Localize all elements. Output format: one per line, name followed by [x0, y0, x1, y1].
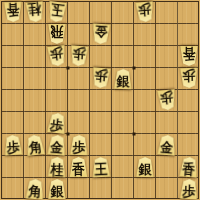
board-cell-8b[interactable] — [24, 24, 46, 46]
board-cell-2i[interactable] — [156, 178, 178, 200]
board-cell-6b[interactable] — [68, 24, 90, 46]
shogi-piece-gote-pawn[interactable]: 歩 — [68, 45, 90, 68]
board-cell-4g[interactable] — [112, 134, 134, 156]
piece-kanji: 歩 — [72, 139, 86, 155]
board-cell-2f[interactable] — [156, 112, 178, 134]
piece-kanji: 角 — [27, 139, 42, 156]
board-cell-1g[interactable] — [178, 134, 200, 156]
piece-tile: 角 — [24, 134, 45, 156]
piece-kanji: 香 — [182, 46, 195, 62]
piece-kanji: 歩 — [159, 89, 174, 106]
shogi-piece-gote-rook[interactable]: 飛 — [47, 24, 67, 45]
piece-kanji: 玉 — [49, 1, 64, 18]
shogi-piece-sente-gold[interactable]: 金 — [156, 133, 178, 156]
board-cell-3e[interactable] — [134, 90, 156, 112]
board-cell-9e[interactable] — [2, 90, 24, 112]
board-cell-1f[interactable] — [178, 112, 200, 134]
shogi-piece-sente-knight[interactable]: 桂 — [46, 155, 67, 177]
piece-tile: 銀 — [47, 179, 66, 199]
shogi-piece-sente-silver[interactable]: 銀 — [112, 68, 133, 90]
piece-kanji: 飛 — [50, 24, 63, 40]
board-cell-5i[interactable] — [90, 178, 112, 200]
shogi-piece-gote-pawn[interactable]: 歩 — [178, 68, 199, 90]
board-cell-9f[interactable] — [2, 112, 24, 134]
board-cell-8f[interactable] — [24, 112, 46, 134]
piece-tile: 歩 — [69, 135, 89, 156]
board-cell-9i[interactable] — [2, 178, 24, 200]
board-cell-7e[interactable] — [46, 90, 68, 112]
board-cell-2b[interactable] — [156, 24, 178, 46]
board-cell-2c[interactable] — [156, 46, 178, 68]
board-cell-8e[interactable] — [24, 90, 46, 112]
shogi-piece-sente-bishop[interactable]: 角 — [23, 133, 45, 156]
shogi-piece-gote-pawn[interactable]: 歩 — [45, 45, 67, 68]
piece-tile: 歩 — [134, 1, 155, 23]
piece-tile: 歩 — [156, 89, 177, 111]
piece-kanji: 金 — [159, 139, 173, 156]
shogi-piece-gote-lance[interactable]: 香 — [2, 2, 23, 24]
piece-tile: 歩 — [90, 67, 111, 89]
shogi-piece-gote-king[interactable]: 玉 — [45, 1, 67, 24]
piece-tile: 歩 — [46, 112, 67, 134]
board-cell-5e[interactable] — [90, 90, 112, 112]
board-cell-4b[interactable] — [112, 24, 134, 46]
star-point — [133, 133, 136, 136]
piece-kanji: 桂 — [27, 1, 41, 18]
piece-kanji: 角 — [27, 183, 41, 200]
piece-tile: 桂 — [46, 157, 66, 178]
piece-tile: 金 — [90, 23, 110, 44]
board-cell-7d[interactable] — [46, 68, 68, 90]
piece-tile: 玉 — [46, 1, 67, 23]
board-cell-3c[interactable] — [134, 46, 156, 68]
board-cell-6d[interactable] — [68, 68, 90, 90]
board-cell-9h[interactable] — [2, 156, 24, 178]
piece-kanji: 歩 — [49, 45, 64, 62]
shogi-piece-gote-gold[interactable]: 金 — [90, 23, 111, 45]
piece-kanji: 桂 — [49, 161, 63, 177]
piece-kanji: 金 — [94, 23, 108, 40]
board-cell-5f[interactable] — [90, 112, 112, 134]
board-cell-3d[interactable] — [134, 68, 156, 90]
shogi-piece-sente-silver[interactable]: 銀 — [46, 178, 66, 199]
board-cell-3f[interactable] — [134, 112, 156, 134]
piece-tile: 歩 — [68, 45, 89, 67]
piece-tile: 金 — [156, 134, 177, 156]
shogi-piece-sente-bishop[interactable]: 角 — [24, 177, 45, 199]
piece-kanji: 歩 — [72, 45, 86, 62]
board-cell-1b[interactable] — [178, 24, 200, 46]
board-cell-4f[interactable] — [112, 112, 134, 134]
piece-kanji: 歩 — [181, 183, 195, 199]
board-cell-4h[interactable] — [112, 156, 134, 178]
piece-kanji: 銀 — [50, 184, 63, 200]
board-cell-6e[interactable] — [68, 90, 90, 112]
board-cell-9b[interactable] — [2, 24, 24, 46]
board-cell-3b[interactable] — [134, 24, 156, 46]
board-cell-3g[interactable] — [134, 134, 156, 156]
piece-kanji: 香 — [6, 1, 20, 17]
piece-kanji: 歩 — [94, 67, 108, 84]
piece-tile: 飛 — [47, 24, 66, 44]
board-cell-6f[interactable] — [68, 112, 90, 134]
shogi-piece-sente-king[interactable]: 王 — [90, 155, 111, 177]
board-cell-1a[interactable] — [178, 2, 200, 24]
board-cell-8d[interactable] — [24, 68, 46, 90]
board-cell-4e[interactable] — [112, 90, 134, 112]
shogi-piece-sente-silver[interactable]: 銀 — [134, 156, 154, 177]
board-cell-6a[interactable] — [68, 2, 90, 24]
piece-tile: 銀 — [113, 69, 133, 90]
piece-tile: 歩 — [46, 45, 67, 67]
board-cell-4c[interactable] — [112, 46, 134, 68]
board-cell-8c[interactable] — [24, 46, 46, 68]
piece-kanji: 銀 — [116, 73, 130, 89]
piece-kanji: 歩 — [137, 1, 151, 18]
board-cell-5c[interactable] — [90, 46, 112, 68]
piece-tile: 桂 — [24, 1, 45, 23]
piece-kanji: 香 — [72, 162, 85, 178]
star-point — [67, 67, 70, 70]
board-cell-9d[interactable] — [2, 68, 24, 90]
shogi-piece-sente-pawn[interactable]: 歩 — [2, 133, 23, 155]
piece-tile: 銀 — [135, 157, 154, 177]
shogi-board: 香桂玉歩飛金歩歩香歩銀歩歩歩歩角金歩金桂香王銀香角銀歩 — [1, 1, 199, 199]
board-cell-1e[interactable] — [178, 90, 200, 112]
board-cell-8h[interactable] — [24, 156, 46, 178]
piece-tile: 角 — [24, 178, 44, 199]
board-cell-2a[interactable] — [156, 2, 178, 24]
piece-tile: 香 — [178, 156, 199, 178]
piece-tile: 歩 — [2, 134, 22, 155]
board-cell-5a[interactable] — [90, 2, 112, 24]
piece-tile: 香 — [3, 2, 23, 23]
shogi-piece-sente-pawn[interactable]: 歩 — [68, 134, 89, 156]
shogi-piece-gote-pawn[interactable]: 歩 — [155, 89, 177, 112]
piece-tile: 王 — [91, 157, 111, 178]
piece-tile: 香 — [179, 46, 198, 66]
piece-kanji: 歩 — [49, 117, 64, 134]
board-cell-4a[interactable] — [112, 2, 134, 24]
shogi-piece-gote-knight[interactable]: 桂 — [24, 1, 46, 24]
shogi-piece-sente-lance[interactable]: 香 — [69, 156, 89, 177]
board-cell-4i[interactable] — [112, 178, 134, 200]
board-cell-2h[interactable] — [156, 156, 178, 178]
shogi-piece-sente-lance[interactable]: 香 — [178, 155, 200, 178]
piece-kanji: 王 — [94, 161, 108, 177]
board-cell-3i[interactable] — [134, 178, 156, 200]
shogi-piece-gote-pawn[interactable]: 歩 — [134, 1, 156, 24]
piece-kanji: 歩 — [182, 67, 196, 83]
piece-tile: 香 — [69, 157, 88, 177]
board-cell-2d[interactable] — [156, 68, 178, 90]
piece-kanji: 香 — [181, 161, 195, 178]
shogi-piece-sente-pawn[interactable]: 歩 — [45, 111, 67, 134]
piece-tile: 金 — [46, 134, 67, 156]
board-cell-9c[interactable] — [2, 46, 24, 68]
shogi-piece-sente-pawn[interactable]: 歩 — [178, 177, 199, 199]
piece-kanji: 歩 — [6, 139, 20, 156]
piece-tile: 歩 — [179, 68, 199, 89]
piece-tile: 歩 — [178, 179, 198, 200]
shogi-piece-gote-pawn[interactable]: 歩 — [90, 67, 112, 90]
board-cell-5g[interactable] — [90, 134, 112, 156]
shogi-piece-sente-gold[interactable]: 金 — [46, 133, 68, 156]
board-cell-6i[interactable] — [68, 178, 90, 200]
shogi-piece-gote-lance[interactable]: 香 — [179, 46, 199, 67]
shogi-app: 香桂玉歩飛金歩歩香歩銀歩歩歩歩角金歩金桂香王銀香角銀歩 — [0, 0, 200, 200]
piece-kanji: 金 — [49, 139, 63, 156]
piece-kanji: 銀 — [138, 162, 151, 178]
